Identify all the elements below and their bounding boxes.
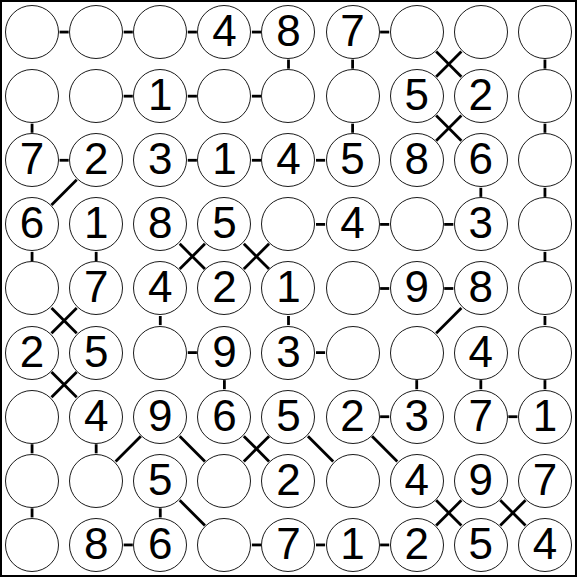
cell-digit: 9 [469,458,493,502]
cell-digit: 1 [533,394,557,438]
empty-circle[interactable] [390,326,444,380]
cell-r8c9[interactable]: 7 [513,449,577,513]
given-circle[interactable]: 6 [454,133,508,187]
cell-r8c5[interactable]: 2 [256,449,320,513]
given-circle[interactable]: 5 [133,454,187,508]
cell-r4c1[interactable]: 6 [0,192,64,256]
cell-r1c5[interactable]: 8 [256,0,320,64]
given-circle[interactable]: 1 [197,133,251,187]
cell-digit: 2 [340,394,364,438]
given-circle[interactable]: 4 [326,197,380,251]
cell-digit: 6 [148,522,172,566]
cell-digit: 1 [340,522,364,566]
empty-circle[interactable] [133,326,187,380]
cell-digit: 4 [404,458,428,502]
cell-r8c7[interactable]: 4 [385,449,449,513]
cell-r3c5[interactable]: 4 [256,128,320,192]
cell-r3c8[interactable]: 6 [449,128,513,192]
cell-r5c8[interactable]: 8 [449,256,513,320]
cell-r4c9[interactable] [513,192,577,256]
cell-r5c9[interactable] [513,256,577,320]
cell-r6c5[interactable]: 3 [256,321,320,385]
empty-circle[interactable] [5,454,59,508]
cell-r4c7[interactable] [385,192,449,256]
cell-r2c8[interactable]: 2 [449,64,513,128]
cell-r1c2[interactable] [64,0,128,64]
given-circle[interactable]: 4 [69,390,123,444]
cell-r9c6[interactable]: 1 [321,513,385,577]
empty-circle[interactable] [5,390,59,444]
given-circle[interactable]: 9 [454,454,508,508]
cell-digit: 8 [276,9,300,53]
empty-circle[interactable] [69,454,123,508]
cell-r9c8[interactable]: 5 [449,513,513,577]
given-circle[interactable]: 4 [390,454,444,508]
cell-r9c3[interactable]: 6 [128,513,192,577]
cell-r1c6[interactable]: 7 [321,0,385,64]
cell-digit: 2 [404,522,428,566]
given-circle[interactable]: 5 [261,390,315,444]
cell-r7c6[interactable]: 2 [321,385,385,449]
cell-digit: 3 [469,201,493,245]
given-circle[interactable]: 4 [133,261,187,315]
cell-r8c3[interactable]: 5 [128,449,192,513]
empty-circle[interactable] [326,454,380,508]
empty-circle[interactable] [197,454,251,508]
cell-r9c2[interactable]: 8 [64,513,128,577]
cell-r1c7[interactable] [385,0,449,64]
cell-digit: 2 [212,265,236,309]
given-circle[interactable]: 7 [454,390,508,444]
cell-r5c4[interactable]: 2 [192,256,256,320]
cell-digit: 5 [469,522,493,566]
cell-digit: 5 [84,330,108,374]
given-circle[interactable]: 1 [261,261,315,315]
empty-circle[interactable] [261,69,315,123]
cell-r2c9[interactable] [513,64,577,128]
cell-digit: 4 [533,522,557,566]
cell-r7c2[interactable]: 4 [64,385,128,449]
empty-circle[interactable] [69,5,123,59]
cell-r9c4[interactable] [192,513,256,577]
cell-digit: 6 [20,201,44,245]
given-circle[interactable]: 7 [5,133,59,187]
given-circle[interactable]: 5 [390,69,444,123]
cell-r6c6[interactable] [321,321,385,385]
cell-r1c9[interactable] [513,0,577,64]
cell-r6c7[interactable] [385,321,449,385]
cell-digit: 8 [84,522,108,566]
cell-digit: 3 [276,330,300,374]
cell-r6c4[interactable]: 9 [192,321,256,385]
cell-digit: 1 [148,73,172,117]
cell-digit: 8 [148,201,172,245]
empty-circle[interactable] [518,69,572,123]
cell-r6c8[interactable]: 4 [449,321,513,385]
cell-r4c5[interactable] [256,192,320,256]
given-circle[interactable]: 6 [5,197,59,251]
cell-r2c6[interactable] [321,64,385,128]
given-circle[interactable]: 2 [261,454,315,508]
cell-r5c6[interactable] [321,256,385,320]
cell-r4c2[interactable]: 1 [64,192,128,256]
cell-r6c9[interactable] [513,321,577,385]
cell-r2c4[interactable] [192,64,256,128]
empty-circle[interactable] [197,69,251,123]
given-circle[interactable]: 8 [133,197,187,251]
empty-circle[interactable] [133,5,187,59]
empty-circle[interactable] [518,261,572,315]
given-circle[interactable]: 7 [69,261,123,315]
given-circle[interactable]: 6 [133,518,187,572]
cell-r7c3[interactable]: 9 [128,385,192,449]
cell-r3c9[interactable] [513,128,577,192]
given-circle[interactable]: 6 [197,390,251,444]
cell-digit: 7 [533,458,557,502]
cell-digit: 2 [84,137,108,181]
cell-r7c7[interactable]: 3 [385,385,449,449]
cell-digit: 5 [212,201,236,245]
cell-r3c4[interactable]: 1 [192,128,256,192]
cell-r4c6[interactable]: 4 [321,192,385,256]
given-circle[interactable]: 4 [261,133,315,187]
cell-digit: 4 [212,9,236,53]
given-circle[interactable]: 2 [326,390,380,444]
cell-digit: 4 [469,330,493,374]
cell-digit: 4 [84,394,108,438]
cell-digit: 5 [148,458,172,502]
cell-digit: 6 [469,137,493,181]
cell-r3c3[interactable]: 3 [128,128,192,192]
given-circle[interactable]: 1 [518,390,572,444]
cell-digit: 8 [404,137,428,181]
cell-r8c8[interactable]: 9 [449,449,513,513]
given-circle[interactable]: 1 [69,197,123,251]
given-circle[interactable]: 4 [197,5,251,59]
cell-r8c4[interactable] [192,449,256,513]
cell-digit: 3 [404,394,428,438]
board-cells: 4871527231458661854374219825934496523715… [0,0,577,577]
cell-r7c5[interactable]: 5 [256,385,320,449]
cell-r6c3[interactable] [128,321,192,385]
cell-r1c1[interactable] [0,0,64,64]
cell-digit: 5 [404,73,428,117]
given-circle[interactable]: 2 [69,133,123,187]
given-circle[interactable]: 9 [390,261,444,315]
cell-digit: 8 [469,265,493,309]
cell-r5c7[interactable]: 9 [385,256,449,320]
cell-r7c9[interactable]: 1 [513,385,577,449]
cell-digit: 7 [340,9,364,53]
cell-r5c5[interactable]: 1 [256,256,320,320]
empty-circle[interactable] [261,197,315,251]
given-circle[interactable]: 2 [454,69,508,123]
cell-r4c8[interactable]: 3 [449,192,513,256]
cell-r8c2[interactable] [64,449,128,513]
empty-circle[interactable] [5,518,59,572]
empty-circle[interactable] [518,326,572,380]
cell-r5c2[interactable]: 7 [64,256,128,320]
cell-digit: 7 [469,394,493,438]
given-circle[interactable]: 5 [454,518,508,572]
given-circle[interactable]: 9 [197,326,251,380]
cell-r1c8[interactable] [449,0,513,64]
given-circle[interactable]: 3 [390,390,444,444]
given-circle[interactable]: 9 [133,390,187,444]
cell-digit: 4 [276,137,300,181]
chain-sudoku-board: 4871527231458661854374219825934496523715… [0,0,577,577]
given-circle[interactable]: 1 [326,518,380,572]
cell-digit: 2 [469,73,493,117]
cell-r5c1[interactable] [0,256,64,320]
cell-r2c2[interactable] [64,64,128,128]
cell-digit: 9 [148,394,172,438]
cell-digit: 2 [20,330,44,374]
cell-digit: 7 [276,522,300,566]
given-circle[interactable]: 1 [133,69,187,123]
empty-circle[interactable] [5,5,59,59]
cell-r1c3[interactable] [128,0,192,64]
cell-r1c4[interactable]: 4 [192,0,256,64]
cell-digit: 5 [276,394,300,438]
cell-r5c3[interactable]: 4 [128,256,192,320]
empty-circle[interactable] [326,69,380,123]
given-circle[interactable]: 4 [518,518,572,572]
cell-digit: 1 [276,265,300,309]
given-circle[interactable]: 8 [69,518,123,572]
given-circle[interactable]: 7 [261,518,315,572]
cell-r9c1[interactable] [0,513,64,577]
cell-digit: 7 [20,137,44,181]
cell-r7c8[interactable]: 7 [449,385,513,449]
cell-r8c1[interactable] [0,449,64,513]
cell-r6c1[interactable]: 2 [0,321,64,385]
cell-digit: 2 [276,458,300,502]
given-circle[interactable]: 5 [197,197,251,251]
cell-r7c1[interactable] [0,385,64,449]
cell-r9c9[interactable]: 4 [513,513,577,577]
cell-digit: 9 [404,265,428,309]
empty-circle[interactable] [518,197,572,251]
given-circle[interactable]: 5 [326,133,380,187]
cell-r4c3[interactable]: 8 [128,192,192,256]
given-circle[interactable]: 3 [261,326,315,380]
given-circle[interactable]: 3 [454,197,508,251]
cell-digit: 3 [148,137,172,181]
cell-digit: 4 [340,201,364,245]
empty-circle[interactable] [518,133,572,187]
given-circle[interactable]: 8 [261,5,315,59]
empty-circle[interactable] [390,5,444,59]
empty-circle[interactable] [454,5,508,59]
cell-digit: 9 [212,330,236,374]
cell-r3c2[interactable]: 2 [64,128,128,192]
empty-circle[interactable] [5,69,59,123]
empty-circle[interactable] [197,518,251,572]
empty-circle[interactable] [518,5,572,59]
empty-circle[interactable] [5,261,59,315]
cell-digit: 6 [212,394,236,438]
cell-r4c4[interactable]: 5 [192,192,256,256]
cell-r3c7[interactable]: 8 [385,128,449,192]
cell-r2c7[interactable]: 5 [385,64,449,128]
given-circle[interactable]: 5 [69,326,123,380]
given-circle[interactable]: 2 [5,326,59,380]
cell-r3c1[interactable]: 7 [0,128,64,192]
cell-r2c5[interactable] [256,64,320,128]
given-circle[interactable]: 8 [390,133,444,187]
cell-r7c4[interactable]: 6 [192,385,256,449]
cell-r3c6[interactable]: 5 [321,128,385,192]
given-circle[interactable]: 2 [197,261,251,315]
given-circle[interactable]: 7 [326,5,380,59]
given-circle[interactable]: 2 [390,518,444,572]
cell-r9c7[interactable]: 2 [385,513,449,577]
given-circle[interactable]: 8 [454,261,508,315]
cell-r9c5[interactable]: 7 [256,513,320,577]
cell-digit: 5 [340,137,364,181]
cell-r8c6[interactable] [321,449,385,513]
empty-circle[interactable] [390,197,444,251]
given-circle[interactable]: 7 [518,454,572,508]
cell-r6c2[interactable]: 5 [64,321,128,385]
given-circle[interactable]: 4 [454,326,508,380]
cell-digit: 1 [84,201,108,245]
cell-r2c3[interactable]: 1 [128,64,192,128]
empty-circle[interactable] [326,326,380,380]
cell-r2c1[interactable] [0,64,64,128]
given-circle[interactable]: 3 [133,133,187,187]
cell-digit: 1 [212,137,236,181]
empty-circle[interactable] [69,69,123,123]
cell-digit: 4 [148,265,172,309]
cell-digit: 7 [84,265,108,309]
empty-circle[interactable] [326,261,380,315]
